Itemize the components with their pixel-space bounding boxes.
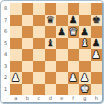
square-c4[interactable]: [33, 49, 45, 61]
square-d1[interactable]: [45, 84, 57, 96]
white-pawn: ♟: [92, 50, 101, 60]
square-d6[interactable]: [45, 26, 57, 38]
square-g2[interactable]: ♟: [79, 72, 91, 84]
square-e6[interactable]: ♟: [56, 26, 68, 38]
square-e7[interactable]: [56, 15, 68, 27]
square-b4[interactable]: [22, 49, 34, 61]
square-c2[interactable]: [33, 72, 45, 84]
square-h4[interactable]: ♟: [91, 49, 103, 61]
file-label-a: a: [10, 95, 22, 103]
square-f5[interactable]: [68, 38, 80, 50]
white-bishop: ♝: [80, 38, 89, 48]
square-b5[interactable]: [22, 38, 34, 50]
square-b3[interactable]: [22, 61, 34, 73]
black-king: ♚: [92, 15, 101, 25]
square-h7[interactable]: ♚: [91, 15, 103, 27]
square-b8[interactable]: [22, 3, 34, 15]
square-c6[interactable]: [33, 26, 45, 38]
rank-label-8: 8: [1, 3, 10, 15]
square-g7[interactable]: [79, 15, 91, 27]
square-b1[interactable]: [22, 84, 34, 96]
square-f3[interactable]: [68, 61, 80, 73]
square-d5[interactable]: ♝: [45, 38, 57, 50]
square-h2[interactable]: [91, 72, 103, 84]
rank-label-5: 5: [1, 38, 10, 50]
square-h1[interactable]: [91, 84, 103, 96]
file-label-h: h: [91, 95, 103, 103]
square-b7[interactable]: [22, 15, 34, 27]
square-a1[interactable]: [10, 84, 22, 96]
rank-label-1: 1: [1, 84, 10, 96]
rank-label-3: 3: [1, 61, 10, 73]
square-c8[interactable]: [33, 3, 45, 15]
file-label-e: e: [56, 95, 68, 103]
square-c3[interactable]: [33, 61, 45, 73]
square-a3[interactable]: [10, 61, 22, 73]
square-f2[interactable]: ♟: [68, 72, 80, 84]
square-g8[interactable]: [79, 3, 91, 15]
chess-board: ♛♟♚♟♛♟♝♝♟♟♟♟♟♚: [10, 3, 102, 95]
square-e5[interactable]: [56, 38, 68, 50]
square-g3[interactable]: [79, 61, 91, 73]
white-pawn: ♟: [80, 73, 89, 83]
white-pawn: ♟: [11, 73, 20, 83]
black-pawn: ♟: [80, 27, 89, 37]
square-d4[interactable]: [45, 49, 57, 61]
black-bishop: ♝: [46, 38, 55, 48]
square-e3[interactable]: [56, 61, 68, 73]
file-label-d: d: [45, 95, 57, 103]
square-e4[interactable]: [56, 49, 68, 61]
square-e1[interactable]: [56, 84, 68, 96]
square-d3[interactable]: [45, 61, 57, 73]
square-b6[interactable]: [22, 26, 34, 38]
file-label-c: c: [33, 95, 45, 103]
square-g5[interactable]: ♝: [79, 38, 91, 50]
file-label-g: g: [79, 95, 91, 103]
rank-label-4: 4: [1, 49, 10, 61]
square-b2[interactable]: [22, 72, 34, 84]
square-g6[interactable]: ♟: [79, 26, 91, 38]
square-f1[interactable]: [68, 84, 80, 96]
square-a4[interactable]: [10, 49, 22, 61]
black-pawn: ♟: [92, 38, 101, 48]
square-g4[interactable]: [79, 49, 91, 61]
file-label-b: b: [22, 95, 34, 103]
square-c5[interactable]: [33, 38, 45, 50]
square-g1[interactable]: ♚: [79, 84, 91, 96]
black-pawn: ♟: [57, 27, 66, 37]
square-h5[interactable]: ♟: [91, 38, 103, 50]
square-a7[interactable]: [10, 15, 22, 27]
square-f6[interactable]: ♛: [68, 26, 80, 38]
square-e2[interactable]: [56, 72, 68, 84]
square-h6[interactable]: [91, 26, 103, 38]
square-f4[interactable]: [68, 49, 80, 61]
file-labels: abcdefgh: [10, 95, 102, 103]
square-c7[interactable]: [33, 15, 45, 27]
square-d2[interactable]: [45, 72, 57, 84]
white-queen: ♛: [69, 27, 78, 37]
square-a8[interactable]: [10, 3, 22, 15]
square-c1[interactable]: [33, 84, 45, 96]
square-h8[interactable]: [91, 3, 103, 15]
rank-label-7: 7: [1, 15, 10, 27]
white-pawn: ♟: [69, 73, 78, 83]
black-queen: ♛: [46, 15, 55, 25]
square-a2[interactable]: ♟: [10, 72, 22, 84]
square-f7[interactable]: ♟: [68, 15, 80, 27]
square-a6[interactable]: [10, 26, 22, 38]
black-pawn: ♟: [69, 15, 78, 25]
white-king: ♚: [80, 84, 89, 94]
file-label-f: f: [68, 95, 80, 103]
chess-board-frame: 87654321 ♛♟♚♟♛♟♝♝♟♟♟♟♟♚ abcdefgh: [0, 0, 104, 104]
square-h3[interactable]: [91, 61, 103, 73]
rank-labels: 87654321: [1, 3, 10, 95]
rank-label-2: 2: [1, 72, 10, 84]
square-e8[interactable]: [56, 3, 68, 15]
square-f8[interactable]: [68, 3, 80, 15]
square-a5[interactable]: [10, 38, 22, 50]
square-d8[interactable]: [45, 3, 57, 15]
rank-label-6: 6: [1, 26, 10, 38]
square-d7[interactable]: ♛: [45, 15, 57, 27]
